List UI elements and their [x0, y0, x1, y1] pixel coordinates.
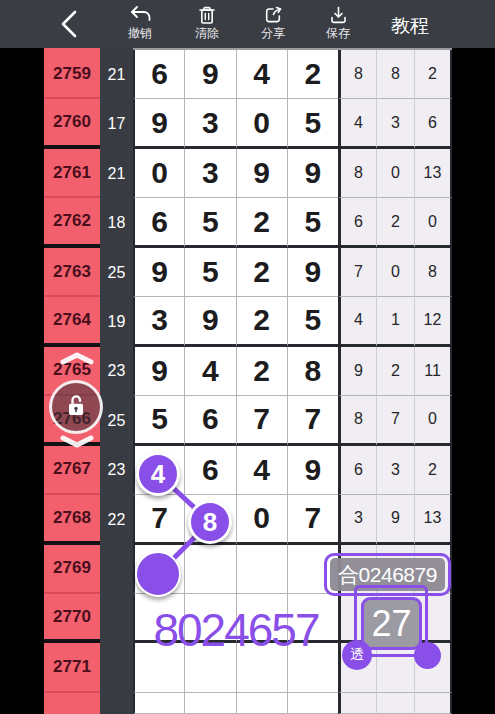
sum-cell: 23 — [100, 446, 133, 495]
draw-number-cell: 2761 — [44, 149, 100, 198]
sum-cell — [100, 693, 133, 714]
sum-cell: 21 — [100, 149, 133, 198]
draw-number-cell: 2767 — [44, 446, 100, 495]
marked-dot-circle[interactable] — [135, 551, 181, 597]
board-row-2764: 27641939254112 — [44, 297, 452, 346]
back-chevron-icon — [58, 9, 80, 39]
lock-button[interactable] — [49, 380, 103, 434]
digit-cell[interactable]: 5 — [133, 396, 184, 445]
trash-icon — [197, 5, 217, 25]
stat-cell[interactable]: 2 — [376, 347, 414, 396]
marked-digit-circle-4[interactable]: 4 — [136, 452, 180, 496]
stat-cell[interactable]: 4 — [338, 297, 376, 346]
stat-cell[interactable]: 8 — [376, 50, 414, 99]
draw-number-cell: 2771 — [44, 643, 100, 692]
digit-cell[interactable]: 8 — [287, 347, 338, 396]
stat-cell[interactable]: 13 — [414, 495, 452, 544]
save-button[interactable]: 保存 — [326, 5, 350, 40]
unlock-icon — [62, 391, 90, 423]
marked-digit-circle-8[interactable]: 8 — [188, 500, 232, 544]
stat-cell[interactable] — [338, 693, 376, 714]
stat-cell[interactable]: 6 — [338, 446, 376, 495]
digit-cell[interactable]: 2 — [236, 347, 287, 396]
stat-cell[interactable]: 1 — [376, 297, 414, 346]
digit-cell[interactable]: 2 — [236, 248, 287, 297]
digit-cell[interactable]: 9 — [133, 99, 184, 148]
sum-cell — [100, 594, 133, 643]
digit-cell[interactable]: 7 — [287, 495, 338, 544]
digit-cell[interactable]: 5 — [287, 198, 338, 247]
undo-button[interactable]: 撤销 — [128, 5, 152, 40]
digit-cell[interactable]: 0 — [236, 495, 287, 544]
digit-cell[interactable]: 5 — [184, 198, 235, 247]
handwritten-number-annotation[interactable]: 8024657 — [134, 606, 338, 654]
digit-cell[interactable] — [287, 693, 338, 714]
scroll-down-chevron-icon[interactable] — [60, 435, 94, 448]
clear-label: 清除 — [195, 26, 219, 40]
stat-cell[interactable]: 7 — [376, 396, 414, 445]
board-row-2765: 27652394289211 — [44, 347, 452, 396]
draw-number-cell: 2764 — [44, 297, 100, 346]
toolbar: 撤销 清除 分享 保存 教程 — [0, 0, 495, 48]
share-label: 分享 — [261, 26, 285, 40]
board-row-2763: 2763259529708 — [44, 248, 452, 297]
clear-button[interactable]: 清除 — [195, 5, 219, 40]
sum-cell — [100, 545, 133, 594]
digit-cell[interactable]: 9 — [184, 50, 235, 99]
digit-cell[interactable]: 9 — [287, 149, 338, 198]
digit-cell[interactable]: 5 — [184, 248, 235, 297]
digit-cell[interactable]: 4 — [236, 50, 287, 99]
stat-cell[interactable]: 9 — [376, 495, 414, 544]
draw-number-cell: 2760 — [44, 99, 100, 148]
stat-cell[interactable]: 8 — [338, 396, 376, 445]
pen-badge[interactable]: 透 — [342, 640, 372, 670]
stat-cell[interactable]: 12 — [414, 297, 452, 346]
digit-cell[interactable]: 6 — [133, 198, 184, 247]
digit-cell[interactable]: 7 — [287, 396, 338, 445]
digit-cell[interactable]: 4 — [184, 347, 235, 396]
digit-cell[interactable] — [236, 545, 287, 594]
sum-cell: 25 — [100, 248, 133, 297]
draw-number-cell: 2763 — [44, 248, 100, 297]
digit-cell[interactable]: 9 — [287, 248, 338, 297]
digit-cell[interactable] — [236, 693, 287, 714]
digit-cell[interactable] — [133, 693, 184, 714]
draw-number-cell: 2770 — [44, 594, 100, 643]
board-row-2767: 276723649632 — [44, 446, 452, 495]
sum-cell — [100, 643, 133, 692]
digit-cell[interactable]: 9 — [236, 149, 287, 198]
digit-cell[interactable]: 6 — [133, 50, 184, 99]
digit-cell[interactable]: 9 — [133, 347, 184, 396]
board-row-2761: 27612103998013 — [44, 149, 452, 198]
stat-cell[interactable]: 2 — [376, 198, 414, 247]
stat-cell[interactable]: 8 — [338, 149, 376, 198]
stat-cell[interactable]: 0 — [414, 198, 452, 247]
digit-cell[interactable]: 3 — [133, 297, 184, 346]
board-row-2762: 2762186525620 — [44, 198, 452, 247]
back-button[interactable] — [58, 9, 80, 39]
draw-number-cell: 2759 — [44, 50, 100, 99]
stat-cell[interactable] — [414, 693, 452, 714]
stat-cell[interactable]: 2 — [414, 446, 452, 495]
digit-cell[interactable]: 3 — [184, 149, 235, 198]
digit-cell[interactable]: 0 — [236, 99, 287, 148]
stat-cell[interactable]: 0 — [376, 149, 414, 198]
stat-cell[interactable]: 8 — [414, 248, 452, 297]
undo-label: 撤销 — [128, 26, 152, 40]
stat-cell[interactable] — [376, 693, 414, 714]
draw-number-cell: 2768 — [44, 495, 100, 544]
save-label: 保存 — [326, 26, 350, 40]
digit-cell[interactable]: 9 — [287, 446, 338, 495]
sum-cell: 22 — [100, 495, 133, 544]
digit-cell[interactable]: 6 — [184, 446, 235, 495]
digit-cell[interactable] — [184, 545, 235, 594]
scroll-up-chevron-icon[interactable] — [60, 352, 94, 365]
digit-cell[interactable]: 3 — [184, 99, 235, 148]
undo-icon — [129, 5, 151, 25]
draw-number-cell: 2762 — [44, 198, 100, 247]
digit-cell[interactable]: 5 — [287, 99, 338, 148]
digit-cell[interactable]: 2 — [287, 50, 338, 99]
board-row-2768: 2768227073913 — [44, 495, 452, 544]
download-icon — [328, 5, 349, 25]
digit-cell[interactable]: 2 — [236, 198, 287, 247]
digit-cell[interactable]: 7 — [236, 396, 287, 445]
stat-cell[interactable]: 4 — [338, 99, 376, 148]
board-row-2760: 2760179305436 — [44, 99, 452, 148]
digit-cell[interactable]: 0 — [133, 149, 184, 198]
board-row-2759: 2759216942882 — [44, 50, 452, 99]
stat-cell[interactable]: 3 — [376, 446, 414, 495]
drag-handle-circle[interactable] — [414, 642, 441, 669]
digit-cell[interactable]: 4 — [236, 446, 287, 495]
sum-cell: 23 — [100, 347, 133, 396]
stat-cell[interactable]: 8 — [338, 50, 376, 99]
digit-cell[interactable]: 5 — [287, 297, 338, 346]
stat-cell[interactable]: 11 — [414, 347, 452, 396]
stat-cell[interactable]: 13 — [414, 149, 452, 198]
stat-cell[interactable]: 6 — [338, 198, 376, 247]
draw-number-cell — [44, 693, 100, 714]
stat-cell[interactable]: 6 — [414, 99, 452, 148]
share-icon — [263, 5, 284, 25]
digit-cell[interactable]: 6 — [184, 396, 235, 445]
digit-cell[interactable]: 7 — [133, 495, 184, 544]
sum-cell: 25 — [100, 396, 133, 445]
tutorial-button[interactable]: 教程 — [391, 13, 429, 39]
sum-cell: 19 — [100, 297, 133, 346]
board-row-2766: 2766255677870 — [44, 396, 452, 445]
board-row-partial — [44, 693, 452, 714]
share-button[interactable]: 分享 — [261, 5, 285, 40]
digit-cell[interactable]: 9 — [133, 248, 184, 297]
stat-cell[interactable]: 0 — [376, 248, 414, 297]
app-screen: 撤销 清除 分享 保存 教程 2759216942882276017930543… — [0, 0, 495, 714]
sum-cell: 18 — [100, 198, 133, 247]
digit-cell[interactable] — [184, 693, 235, 714]
digit-cell[interactable]: 9 — [184, 297, 235, 346]
value-box[interactable]: 27 — [361, 597, 422, 650]
stat-cell[interactable]: 0 — [414, 396, 452, 445]
stat-cell[interactable]: 3 — [376, 99, 414, 148]
stat-cell[interactable]: 7 — [338, 248, 376, 297]
stat-cell[interactable]: 9 — [338, 347, 376, 396]
sum-cell: 17 — [100, 99, 133, 148]
digit-cell[interactable]: 2 — [236, 297, 287, 346]
sum-cell: 21 — [100, 50, 133, 99]
stat-cell[interactable]: 2 — [414, 50, 452, 99]
stat-cell[interactable]: 3 — [338, 495, 376, 544]
draw-number-cell: 2769 — [44, 545, 100, 594]
